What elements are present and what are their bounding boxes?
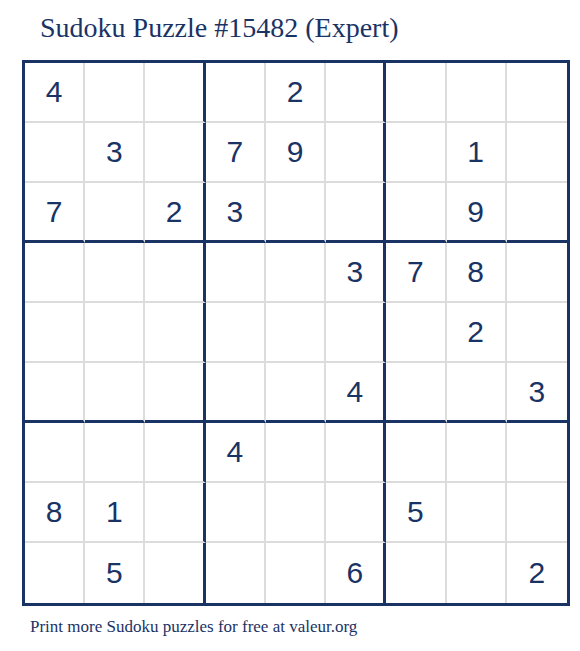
- cell-r2c4: 7: [206, 123, 266, 183]
- cell-r6c6: 4: [326, 363, 386, 423]
- cell-r9c6: 6: [326, 543, 386, 603]
- cell-r8c2: 1: [85, 483, 145, 543]
- cell-r1c8: [447, 63, 507, 123]
- cell-r3c4: 3: [206, 183, 266, 243]
- cell-r7c7: [386, 423, 446, 483]
- cell-r4c7: 7: [386, 243, 446, 303]
- cell-r2c1: [25, 123, 85, 183]
- cell-r5c6: [326, 303, 386, 363]
- cell-r7c3: [145, 423, 205, 483]
- cell-r3c9: [507, 183, 567, 243]
- cell-r7c1: [25, 423, 85, 483]
- cell-r8c3: [145, 483, 205, 543]
- cell-r8c4: [206, 483, 266, 543]
- cell-r6c5: [266, 363, 326, 423]
- cell-r7c9: [507, 423, 567, 483]
- cell-r7c4: 4: [206, 423, 266, 483]
- footer-text: Print more Sudoku puzzles for free at va…: [30, 617, 357, 637]
- cell-r5c8: 2: [447, 303, 507, 363]
- cell-r3c1: 7: [25, 183, 85, 243]
- cell-r2c6: [326, 123, 386, 183]
- cell-r3c8: 9: [447, 183, 507, 243]
- cell-r6c9: 3: [507, 363, 567, 423]
- cell-r5c5: [266, 303, 326, 363]
- cell-r9c5: [266, 543, 326, 603]
- cell-r2c7: [386, 123, 446, 183]
- cell-r5c7: [386, 303, 446, 363]
- cell-r1c2: [85, 63, 145, 123]
- cell-r9c8: [447, 543, 507, 603]
- cell-r3c6: [326, 183, 386, 243]
- sudoku-page: Sudoku Puzzle #15482 (Expert) 4237917239…: [0, 0, 580, 651]
- cell-r4c4: [206, 243, 266, 303]
- cell-r1c9: [507, 63, 567, 123]
- cell-r8c5: [266, 483, 326, 543]
- cell-r6c8: [447, 363, 507, 423]
- cell-r9c7: [386, 543, 446, 603]
- cell-r2c3: [145, 123, 205, 183]
- cell-r9c4: [206, 543, 266, 603]
- cell-r5c4: [206, 303, 266, 363]
- cell-r5c2: [85, 303, 145, 363]
- cell-r3c7: [386, 183, 446, 243]
- cell-r4c3: [145, 243, 205, 303]
- cell-r2c2: 3: [85, 123, 145, 183]
- sudoku-board: 42379172393782434815562: [22, 60, 570, 606]
- cell-r8c1: 8: [25, 483, 85, 543]
- cell-r6c3: [145, 363, 205, 423]
- cell-r6c2: [85, 363, 145, 423]
- cell-r5c3: [145, 303, 205, 363]
- cell-r6c1: [25, 363, 85, 423]
- cell-r4c8: 8: [447, 243, 507, 303]
- cell-r2c9: [507, 123, 567, 183]
- cell-r2c5: 9: [266, 123, 326, 183]
- cell-r6c4: [206, 363, 266, 423]
- cell-r7c6: [326, 423, 386, 483]
- cell-r8c9: [507, 483, 567, 543]
- cell-r5c9: [507, 303, 567, 363]
- cell-r7c2: [85, 423, 145, 483]
- cell-r4c2: [85, 243, 145, 303]
- cell-r1c6: [326, 63, 386, 123]
- cell-r7c5: [266, 423, 326, 483]
- cell-r3c5: [266, 183, 326, 243]
- cell-r4c1: [25, 243, 85, 303]
- cell-r9c2: 5: [85, 543, 145, 603]
- cell-r4c6: 3: [326, 243, 386, 303]
- cell-r9c9: 2: [507, 543, 567, 603]
- cell-r1c4: [206, 63, 266, 123]
- page-title: Sudoku Puzzle #15482 (Expert): [40, 12, 399, 44]
- cell-r1c7: [386, 63, 446, 123]
- cell-r4c5: [266, 243, 326, 303]
- cell-r4c9: [507, 243, 567, 303]
- cell-r6c7: [386, 363, 446, 423]
- cell-r8c8: [447, 483, 507, 543]
- cell-r3c3: 2: [145, 183, 205, 243]
- cell-r3c2: [85, 183, 145, 243]
- cell-r9c3: [145, 543, 205, 603]
- cell-r1c3: [145, 63, 205, 123]
- cell-r5c1: [25, 303, 85, 363]
- cell-r9c1: [25, 543, 85, 603]
- cell-r2c8: 1: [447, 123, 507, 183]
- cell-r7c8: [447, 423, 507, 483]
- cell-r1c1: 4: [25, 63, 85, 123]
- cell-r8c7: 5: [386, 483, 446, 543]
- cell-r1c5: 2: [266, 63, 326, 123]
- cell-r8c6: [326, 483, 386, 543]
